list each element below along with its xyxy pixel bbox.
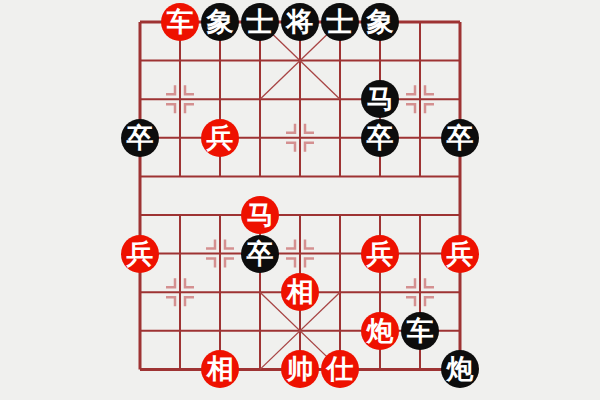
black-cannon[interactable]: 炮: [441, 350, 479, 388]
red-cannon[interactable]: 炮: [361, 312, 399, 350]
black-advisor[interactable]: 士: [321, 3, 359, 41]
red-elephant[interactable]: 相: [281, 273, 319, 311]
black-elephant[interactable]: 象: [201, 3, 239, 41]
black-elephant[interactable]: 象: [361, 3, 399, 41]
red-pawn[interactable]: 兵: [441, 235, 479, 273]
xiangqi-app: 车象士将士象马卒兵卒卒马兵卒兵兵相炮车相帅仕炮: [0, 0, 600, 400]
red-horse[interactable]: 马: [241, 196, 279, 234]
pieces-layer: 车象士将士象马卒兵卒卒马兵卒兵兵相炮车相帅仕炮: [0, 0, 600, 400]
black-horse[interactable]: 马: [361, 80, 399, 118]
black-pawn[interactable]: 卒: [121, 119, 159, 157]
black-general[interactable]: 将: [281, 3, 319, 41]
black-pawn[interactable]: 卒: [441, 119, 479, 157]
red-elephant[interactable]: 相: [201, 350, 239, 388]
black-chariot[interactable]: 车: [401, 312, 439, 350]
black-pawn[interactable]: 卒: [241, 235, 279, 273]
red-pawn[interactable]: 兵: [201, 119, 239, 157]
red-pawn[interactable]: 兵: [361, 235, 399, 273]
red-chariot[interactable]: 车: [161, 3, 199, 41]
red-general[interactable]: 帅: [281, 350, 319, 388]
red-advisor[interactable]: 仕: [321, 350, 359, 388]
black-pawn[interactable]: 卒: [361, 119, 399, 157]
black-advisor[interactable]: 士: [241, 3, 279, 41]
red-pawn[interactable]: 兵: [121, 235, 159, 273]
